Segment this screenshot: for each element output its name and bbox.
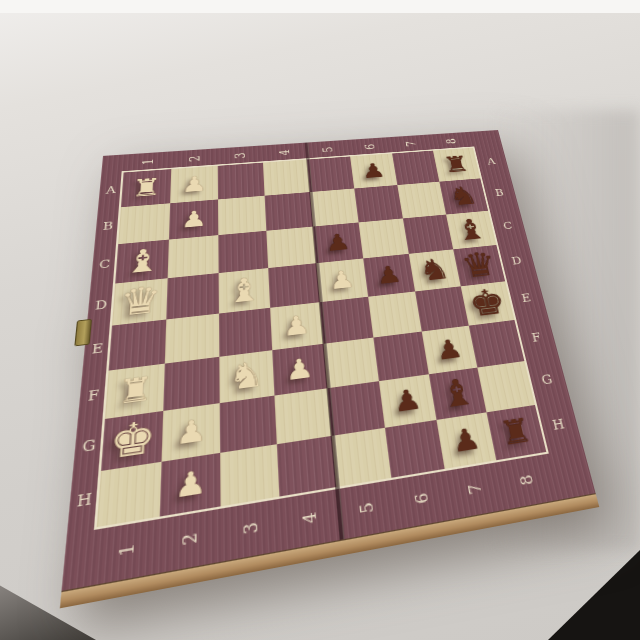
square-e6[interactable]	[368, 291, 422, 337]
piece-white-pawn-g2[interactable]: ♟	[162, 403, 221, 462]
file-label-right-B: B	[480, 176, 519, 211]
rank-label-top-5: 5	[306, 140, 351, 160]
square-d5[interactable]: ♟	[316, 258, 368, 302]
piece-white-bishop-d3[interactable]: ♝	[219, 268, 270, 313]
square-c1[interactable]: ♝	[115, 240, 169, 284]
square-f7[interactable]: ♟	[422, 326, 478, 375]
file-label-left-H: H	[67, 471, 101, 532]
square-d4[interactable]	[268, 263, 320, 308]
rank-label-top-4: 4	[262, 143, 307, 163]
square-d2[interactable]	[166, 273, 219, 319]
piece-white-knight-f3[interactable]: ♞	[219, 350, 274, 403]
piece-black-pawn-a6[interactable]: ♟	[350, 154, 397, 189]
square-a4[interactable]	[263, 160, 310, 196]
square-f5[interactable]	[324, 338, 379, 389]
square-c2[interactable]	[168, 235, 219, 278]
square-h6[interactable]	[385, 420, 445, 478]
square-e4[interactable]: ♟	[270, 302, 323, 350]
piece-white-rook-a1[interactable]: ♜	[121, 169, 171, 207]
piece-white-pawn-f4[interactable]: ♟	[272, 344, 327, 396]
file-label-left-F: F	[78, 371, 109, 423]
piece-black-pawn-c5[interactable]: ♟	[313, 222, 363, 263]
rank-label-top-6: 6	[348, 137, 392, 156]
square-f6[interactable]	[373, 332, 429, 382]
piece-black-knight-d7[interactable]: ♞	[409, 249, 461, 291]
square-c6[interactable]	[359, 218, 409, 258]
square-b2[interactable]: ♟	[169, 199, 218, 239]
piece-white-pawn-a2[interactable]: ♟	[170, 166, 218, 203]
square-b1[interactable]	[118, 203, 170, 244]
rank-label-top-3: 3	[218, 146, 263, 166]
piece-black-pawn-g6[interactable]: ♟	[379, 374, 437, 428]
square-e1[interactable]	[109, 319, 167, 370]
square-d7[interactable]: ♞	[409, 249, 461, 291]
square-c4[interactable]	[266, 227, 316, 269]
square-c7[interactable]	[403, 215, 453, 254]
piece-white-pawn-b2[interactable]: ♟	[169, 199, 218, 239]
piece-black-pawn-f7[interactable]: ♟	[422, 326, 478, 375]
square-c3[interactable]	[218, 231, 268, 273]
square-c5[interactable]: ♟	[313, 222, 363, 263]
square-b6[interactable]	[354, 185, 403, 222]
square-f3[interactable]: ♞	[219, 350, 274, 403]
file-label-right-C: C	[488, 208, 528, 245]
square-e3[interactable]	[219, 308, 272, 357]
square-g4[interactable]	[274, 388, 331, 444]
square-b7[interactable]	[397, 182, 446, 219]
square-b4[interactable]	[265, 192, 313, 231]
square-a7[interactable]	[392, 151, 439, 185]
rank-label-top-1: 1	[124, 151, 172, 172]
rank-label-top-2: 2	[171, 148, 217, 169]
chessboard[interactable]: ♜♟♟♜♟♞♝♟♝♛♝♟♟♞♛♟♚♜♞♟♟♚♟♟♝♟♟♜ AABBCCDDEEF…	[60, 130, 599, 607]
square-a3[interactable]	[218, 163, 265, 200]
square-g5[interactable]	[327, 381, 384, 436]
photo-scene: ♜♟♟♜♟♞♝♟♝♛♝♟♟♞♛♟♚♜♞♟♟♚♟♟♝♟♟♜ AABBCCDDEEF…	[0, 0, 640, 640]
square-g2[interactable]: ♟	[162, 403, 221, 462]
square-d3[interactable]: ♝	[219, 268, 270, 313]
file-label-left-G: G	[73, 419, 105, 475]
piece-black-pawn-d6[interactable]: ♟	[363, 254, 415, 297]
file-label-left-B: B	[94, 207, 121, 246]
piece-white-pawn-d5[interactable]: ♟	[316, 258, 368, 302]
piece-white-queen-d1[interactable]: ♛	[112, 278, 168, 325]
piece-white-bishop-c1[interactable]: ♝	[115, 240, 169, 284]
board-drop-shadow: ♜♟♟♜♟♞♝♟♝♛♝♟♟♞♛♟♚♜♞♟♟♚♟♟♝♟♟♜ AABBCCDDEEF…	[0, 0, 640, 640]
square-g7[interactable]: ♝	[429, 368, 487, 420]
square-g3[interactable]	[220, 396, 277, 453]
piece-black-bishop-g7[interactable]: ♝	[429, 368, 487, 420]
square-b3[interactable]	[218, 196, 266, 235]
square-a5[interactable]	[307, 156, 354, 192]
square-a1[interactable]: ♜	[121, 169, 171, 207]
square-e7[interactable]	[415, 286, 469, 331]
square-a6[interactable]: ♟	[350, 154, 397, 189]
square-d6[interactable]: ♟	[363, 254, 415, 297]
square-a2[interactable]: ♟	[170, 166, 218, 203]
square-e2[interactable]	[165, 314, 220, 364]
square-f2[interactable]	[163, 357, 219, 411]
square-h5[interactable]	[332, 428, 392, 487]
piece-white-pawn-e4[interactable]: ♟	[270, 302, 323, 350]
file-label-left-A: A	[98, 173, 124, 210]
brass-clasp-icon	[74, 319, 92, 347]
square-d1[interactable]: ♛	[112, 278, 168, 325]
file-label-right-A: A	[473, 146, 510, 179]
rank-label-top-8: 8	[430, 132, 473, 151]
square-f4[interactable]: ♟	[272, 344, 327, 396]
square-b5[interactable]	[310, 189, 359, 227]
rank-label-top-7: 7	[389, 135, 433, 154]
square-e5[interactable]	[320, 297, 374, 344]
square-g6[interactable]: ♟	[379, 374, 437, 428]
file-label-left-C: C	[91, 244, 119, 286]
